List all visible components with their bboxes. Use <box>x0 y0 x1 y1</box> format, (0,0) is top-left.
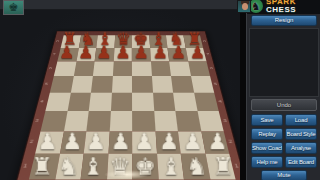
game-area: ♚ ♜♞♝♛♚♝♞♜♟♟♟♟♟♟♟♟♟♟♟♟♟♟♟♟♜♞♝♛♚♝♞♜ 11223… <box>0 0 240 180</box>
square-b6[interactable] <box>73 61 94 76</box>
square-f4[interactable] <box>153 93 176 111</box>
square-g1[interactable]: ♞ <box>181 154 210 180</box>
square-c5[interactable] <box>91 76 112 92</box>
rank-label-3: 3 <box>223 119 227 123</box>
black-pawn[interactable]: ♟ <box>151 44 170 61</box>
square-h7[interactable]: ♟ <box>185 48 206 62</box>
square-g5[interactable] <box>171 76 194 92</box>
square-e2[interactable]: ♟ <box>132 131 156 154</box>
square-g2[interactable]: ♟ <box>178 131 205 154</box>
square-c2[interactable]: ♟ <box>84 131 110 154</box>
rank-label-3: 3 <box>35 119 39 123</box>
replay-button[interactable]: Replay <box>251 128 283 140</box>
square-f5[interactable] <box>151 76 173 92</box>
square-g4[interactable] <box>173 93 197 111</box>
show-coach-button[interactable]: Show Coach <box>251 142 283 154</box>
load-button[interactable]: Load <box>285 114 317 126</box>
square-h1[interactable]: ♜ <box>205 154 236 180</box>
square-h2[interactable]: ♟ <box>201 131 230 154</box>
rank-label-1: 1 <box>23 164 28 169</box>
black-pawn[interactable]: ♟ <box>169 44 188 61</box>
opponent-avatar[interactable] <box>237 0 251 13</box>
white-pawn[interactable]: ♟ <box>35 131 59 153</box>
resign-button[interactable]: Resign <box>251 15 317 26</box>
square-d2[interactable]: ♟ <box>108 131 132 154</box>
square-h6[interactable] <box>188 61 210 76</box>
rank-label-6: 6 <box>210 67 213 70</box>
help-me-button[interactable]: Help me <box>251 156 283 168</box>
move-list-panel <box>249 28 319 97</box>
board-frame: ♜♞♝♛♚♝♞♜♟♟♟♟♟♟♟♟♟♟♟♟♟♟♟♟♜♞♝♛♚♝♞♜ 1122334… <box>14 31 246 180</box>
white-pawn[interactable]: ♟ <box>60 131 84 153</box>
black-pawn[interactable]: ♟ <box>113 44 132 61</box>
chess-board[interactable]: ♜♞♝♛♚♝♞♜♟♟♟♟♟♟♟♟♟♟♟♟♟♟♟♟♜♞♝♛♚♝♞♜ <box>29 35 236 179</box>
logo-text: SPARK CHESS <box>266 0 296 14</box>
square-g7[interactable]: ♟ <box>167 48 187 62</box>
square-a4[interactable] <box>45 93 70 111</box>
sidebar: ♞ SPARK CHESS Resign Undo Save Load Repl… <box>246 0 320 180</box>
square-c1[interactable]: ♝ <box>81 154 108 180</box>
logo-line2: CHESS <box>266 6 296 14</box>
square-a7[interactable]: ♟ <box>57 48 78 62</box>
rank-label-6: 6 <box>49 67 52 70</box>
square-h4[interactable] <box>194 93 219 111</box>
logo-knight-icon: ♞ <box>249 0 263 13</box>
white-knight[interactable]: ♞ <box>55 155 81 179</box>
black-pawn[interactable]: ♟ <box>76 44 95 61</box>
white-pawn[interactable]: ♟ <box>156 131 180 153</box>
square-d5[interactable] <box>111 76 132 92</box>
square-f7[interactable]: ♟ <box>150 48 169 62</box>
square-b4[interactable] <box>67 93 91 111</box>
square-e6[interactable] <box>132 61 152 76</box>
square-e7[interactable]: ♟ <box>132 48 151 62</box>
square-f1[interactable]: ♝ <box>156 154 183 180</box>
undo-button[interactable]: Undo <box>251 99 317 111</box>
square-c4[interactable] <box>89 93 112 111</box>
square-c7[interactable]: ♟ <box>95 48 114 62</box>
square-b2[interactable]: ♟ <box>59 131 86 154</box>
square-e5[interactable] <box>132 76 153 92</box>
square-d1[interactable]: ♛ <box>106 154 132 180</box>
app-logo: ♞ SPARK CHESS <box>247 0 320 14</box>
square-b5[interactable] <box>70 76 92 92</box>
square-d7[interactable]: ♟ <box>113 48 132 62</box>
white-bishop[interactable]: ♝ <box>158 155 184 179</box>
white-king[interactable]: ♚ <box>132 155 158 179</box>
rank-label-2: 2 <box>29 140 33 144</box>
square-d4[interactable] <box>110 93 132 111</box>
white-bishop[interactable]: ♝ <box>81 155 107 179</box>
white-rook[interactable]: ♜ <box>29 155 55 179</box>
app-window: ♚ ♜♞♝♛♚♝♞♜♟♟♟♟♟♟♟♟♟♟♟♟♟♟♟♟♜♞♝♛♚♝♞♜ 11223… <box>0 0 320 180</box>
edit-board-button[interactable]: Edit Board <box>285 156 317 168</box>
rank-label-4: 4 <box>218 100 222 103</box>
white-knight[interactable]: ♞ <box>184 155 210 179</box>
square-b7[interactable]: ♟ <box>76 48 96 62</box>
rank-label-7: 7 <box>53 53 56 56</box>
square-f6[interactable] <box>151 61 171 76</box>
white-pawn[interactable]: ♟ <box>108 131 132 153</box>
mute-button[interactable]: Mute <box>261 170 307 180</box>
rank-label-5: 5 <box>214 83 218 86</box>
board-style-button[interactable]: Board Style <box>285 128 317 140</box>
square-h5[interactable] <box>191 76 215 92</box>
black-pawn[interactable]: ♟ <box>58 44 77 61</box>
white-pawn[interactable]: ♟ <box>181 131 205 153</box>
black-pawn[interactable]: ♟ <box>132 44 151 61</box>
board-scene: ♜♞♝♛♚♝♞♜♟♟♟♟♟♟♟♟♟♟♟♟♟♟♟♟♜♞♝♛♚♝♞♜ 1122334… <box>0 0 246 180</box>
square-d6[interactable] <box>112 61 132 76</box>
square-e4[interactable] <box>132 93 154 111</box>
rank-label-7: 7 <box>206 53 209 56</box>
save-button[interactable]: Save <box>251 114 283 126</box>
sidebar-button-grid: Save Load Replay Board Style Show Coach … <box>251 114 317 168</box>
white-rook[interactable]: ♜ <box>210 155 236 179</box>
square-f2[interactable]: ♟ <box>155 131 181 154</box>
square-e1[interactable]: ♚ <box>132 154 158 180</box>
white-queen[interactable]: ♛ <box>106 155 132 179</box>
white-pawn[interactable]: ♟ <box>205 131 229 153</box>
analyse-button[interactable]: Analyse <box>285 142 317 154</box>
white-pawn[interactable]: ♟ <box>132 131 156 153</box>
square-b1[interactable]: ♞ <box>55 154 84 180</box>
rank-label-5: 5 <box>45 83 49 86</box>
black-pawn[interactable]: ♟ <box>95 44 114 61</box>
rank-label-4: 4 <box>40 100 44 103</box>
white-pawn[interactable]: ♟ <box>84 131 108 153</box>
square-c6[interactable] <box>93 61 113 76</box>
square-a6[interactable] <box>54 61 76 76</box>
black-pawn[interactable]: ♟ <box>188 44 207 61</box>
